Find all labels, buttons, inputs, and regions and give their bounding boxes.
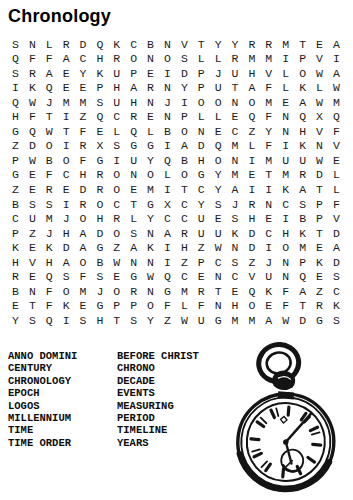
- grid-cell-r4c13: U: [210, 81, 227, 96]
- grid-cell-r8c5: R: [75, 139, 92, 154]
- grid-cell-r9c4: O: [58, 153, 75, 168]
- grid-cell-r13c7: R: [108, 212, 125, 227]
- grid-cell-r20c13: G: [210, 313, 227, 328]
- grid-cell-r11c16: I: [260, 182, 277, 197]
- grid-cell-r20c6: H: [91, 313, 108, 328]
- grid-cell-r18c6: J: [91, 284, 108, 299]
- grid-cell-r8c4: I: [58, 139, 75, 154]
- grid-cell-r17c10: Q: [159, 270, 176, 285]
- word-search-grid: SNLRDQKCBNVTYYRRMTEAQFFACHRONOSLLRMMIPVI…: [7, 37, 345, 328]
- grid-cell-r14c18: K: [294, 226, 311, 241]
- grid-cell-r1c15: R: [243, 37, 260, 52]
- grid-cell-r5c3: J: [41, 95, 58, 110]
- grid-cell-r13c17: I: [277, 212, 294, 227]
- grid-cell-r1c8: C: [125, 37, 142, 52]
- grid-cell-r9c20: E: [328, 153, 345, 168]
- grid-cell-r13c5: O: [75, 212, 92, 227]
- grid-cell-r2c19: V: [311, 52, 328, 67]
- grid-cell-r2c1: Q: [7, 52, 24, 67]
- grid-cell-r13c6: H: [91, 212, 108, 227]
- grid-cell-r15c4: D: [58, 241, 75, 256]
- grid-cell-r2c9: N: [142, 52, 159, 67]
- grid-cell-r7c4: T: [58, 124, 75, 139]
- grid-cell-r19c18: T: [294, 299, 311, 314]
- grid-cell-r9c3: B: [41, 153, 58, 168]
- grid-cell-r12c13: S: [210, 197, 227, 212]
- grid-cell-r8c19: N: [311, 139, 328, 154]
- grid-cell-r19c3: F: [41, 299, 58, 314]
- grid-cell-r9c6: G: [91, 153, 108, 168]
- grid-cell-r10c9: O: [142, 168, 159, 183]
- grid-cell-r17c2: E: [24, 270, 41, 285]
- grid-cell-r3c20: A: [328, 66, 345, 81]
- grid-cell-r9c7: I: [108, 153, 125, 168]
- grid-cell-r1c4: R: [58, 37, 75, 52]
- grid-cell-r11c18: A: [294, 182, 311, 197]
- grid-cell-r6c14: E: [227, 110, 244, 125]
- grid-cell-r20c7: T: [108, 313, 125, 328]
- grid-cell-r20c2: S: [24, 313, 41, 328]
- grid-cell-r4c19: L: [311, 81, 328, 96]
- grid-cell-r6c16: F: [260, 110, 277, 125]
- grid-cell-r11c11: T: [176, 182, 193, 197]
- grid-cell-r7c1: G: [7, 124, 24, 139]
- grid-cell-r11c1: Z: [7, 182, 24, 197]
- grid-cell-r4c15: A: [243, 81, 260, 96]
- grid-cell-r9c19: W: [311, 153, 328, 168]
- grid-cell-r7c14: C: [227, 124, 244, 139]
- grid-cell-r20c16: A: [260, 313, 277, 328]
- grid-cell-r4c2: K: [24, 81, 41, 96]
- grid-cell-r20c3: Q: [41, 313, 58, 328]
- grid-cell-r9c18: U: [294, 153, 311, 168]
- word-item: BEFORE CHRIST: [117, 350, 199, 362]
- grid-cell-r13c19: P: [311, 212, 328, 227]
- grid-cell-r11c10: I: [159, 182, 176, 197]
- grid-cell-r1c13: Y: [210, 37, 227, 52]
- watch-minute-hand: [286, 411, 312, 444]
- grid-cell-r9c15: I: [243, 153, 260, 168]
- grid-cell-r11c5: D: [75, 182, 92, 197]
- grid-cell-r2c12: L: [193, 52, 210, 67]
- grid-cell-r3c5: Y: [75, 66, 92, 81]
- grid-cell-r10c10: L: [159, 168, 176, 183]
- grid-cell-r14c7: O: [108, 226, 125, 241]
- grid-cell-r2c15: M: [243, 52, 260, 67]
- word-item: CHRONO: [117, 362, 199, 374]
- grid-cell-r3c17: L: [277, 66, 294, 81]
- grid-cell-r2c14: R: [227, 52, 244, 67]
- grid-cell-r10c5: H: [75, 168, 92, 183]
- grid-cell-r14c4: H: [58, 226, 75, 241]
- grid-cell-r18c12: R: [193, 284, 210, 299]
- grid-cell-r15c8: A: [125, 241, 142, 256]
- grid-cell-r6c2: F: [24, 110, 41, 125]
- grid-cell-r1c2: N: [24, 37, 41, 52]
- grid-cell-r12c1: B: [7, 197, 24, 212]
- grid-cell-r20c4: I: [58, 313, 75, 328]
- grid-cell-r8c18: K: [294, 139, 311, 154]
- grid-cell-r1c17: M: [277, 37, 294, 52]
- grid-cell-r16c20: D: [328, 255, 345, 270]
- grid-cell-r18c13: T: [210, 284, 227, 299]
- grid-cell-r7c6: E: [91, 124, 108, 139]
- grid-cell-r13c3: M: [41, 212, 58, 227]
- grid-cell-r19c6: G: [91, 299, 108, 314]
- grid-cell-r7c10: B: [159, 124, 176, 139]
- grid-cell-r8c8: G: [125, 139, 142, 154]
- grid-cell-r20c8: S: [125, 313, 142, 328]
- grid-cell-r7c12: N: [193, 124, 210, 139]
- grid-cell-r9c2: W: [24, 153, 41, 168]
- grid-cell-r5c4: M: [58, 95, 75, 110]
- grid-cell-r2c8: O: [125, 52, 142, 67]
- grid-cell-r7c17: N: [277, 124, 294, 139]
- grid-cell-r18c10: G: [159, 284, 176, 299]
- grid-cell-r18c16: K: [260, 284, 277, 299]
- grid-cell-r16c13: C: [210, 255, 227, 270]
- word-item: PERIOD: [117, 412, 199, 424]
- grid-cell-r13c18: B: [294, 212, 311, 227]
- grid-cell-r11c19: T: [311, 182, 328, 197]
- grid-cell-r17c14: C: [227, 270, 244, 285]
- grid-cell-r16c11: Z: [176, 255, 193, 270]
- grid-cell-r2c4: A: [58, 52, 75, 67]
- grid-cell-r17c1: R: [7, 270, 24, 285]
- grid-cell-r14c20: D: [328, 226, 345, 241]
- grid-cell-r13c2: U: [24, 212, 41, 227]
- grid-cell-r9c17: U: [277, 153, 294, 168]
- grid-cell-r1c5: D: [75, 37, 92, 52]
- grid-cell-r3c16: V: [260, 66, 277, 81]
- grid-cell-r3c2: R: [24, 66, 41, 81]
- grid-cell-r14c10: A: [159, 226, 176, 241]
- grid-cell-r1c9: B: [142, 37, 159, 52]
- grid-cell-r12c15: R: [243, 197, 260, 212]
- grid-cell-r17c6: S: [91, 270, 108, 285]
- grid-cell-r15c10: I: [159, 241, 176, 256]
- grid-cell-r19c15: O: [243, 299, 260, 314]
- grid-cell-r13c13: E: [210, 212, 227, 227]
- grid-cell-r15c17: O: [277, 241, 294, 256]
- grid-cell-r16c9: N: [142, 255, 159, 270]
- watch-diamond-ornament: [281, 416, 287, 422]
- grid-cell-r15c15: D: [243, 241, 260, 256]
- grid-cell-r19c8: P: [125, 299, 142, 314]
- grid-cell-r1c12: T: [193, 37, 210, 52]
- grid-cell-r5c2: W: [24, 95, 41, 110]
- word-item: EVENTS: [117, 387, 199, 399]
- word-item: TIMELINE: [117, 424, 199, 436]
- grid-cell-r12c7: C: [108, 197, 125, 212]
- grid-cell-r16c15: Z: [243, 255, 260, 270]
- grid-cell-r14c12: U: [193, 226, 210, 241]
- grid-cell-r2c13: L: [210, 52, 227, 67]
- grid-cell-r8c15: L: [243, 139, 260, 154]
- grid-cell-r6c9: E: [142, 110, 159, 125]
- grid-cell-r1c18: T: [294, 37, 311, 52]
- grid-cell-r11c2: E: [24, 182, 41, 197]
- grid-cell-r8c12: D: [193, 139, 210, 154]
- grid-cell-r11c4: E: [58, 182, 75, 197]
- grid-cell-r5c12: O: [193, 95, 210, 110]
- grid-cell-r4c3: Q: [41, 81, 58, 96]
- grid-cell-r13c11: C: [176, 212, 193, 227]
- grid-cell-r14c1: P: [7, 226, 24, 241]
- grid-cell-r11c7: O: [108, 182, 125, 197]
- grid-cell-r19c9: O: [142, 299, 159, 314]
- grid-cell-r17c4: S: [58, 270, 75, 285]
- grid-cell-r5c13: O: [210, 95, 227, 110]
- word-item: CENTURY: [8, 362, 117, 374]
- grid-cell-r8c7: S: [108, 139, 125, 154]
- grid-cell-r4c1: I: [7, 81, 24, 96]
- grid-cell-r19c12: F: [193, 299, 210, 314]
- grid-cell-r1c16: R: [260, 37, 277, 52]
- grid-cell-r18c3: F: [41, 284, 58, 299]
- grid-cell-r12c10: X: [159, 197, 176, 212]
- grid-cell-r9c16: M: [260, 153, 277, 168]
- word-list-column-1: ANNO DOMINICENTURYCHRONOLOGYEPOCHLOGOSMI…: [8, 350, 117, 449]
- grid-cell-r15c14: N: [227, 241, 244, 256]
- grid-cell-r18c1: B: [7, 284, 24, 299]
- grid-cell-r1c19: E: [311, 37, 328, 52]
- grid-cell-r12c11: C: [176, 197, 193, 212]
- grid-cell-r16c2: V: [24, 255, 41, 270]
- grid-cell-r17c5: F: [75, 270, 92, 285]
- grid-cell-r3c4: E: [58, 66, 75, 81]
- grid-cell-r7c19: V: [311, 124, 328, 139]
- grid-cell-r19c17: F: [277, 299, 294, 314]
- grid-cell-r15c3: K: [41, 241, 58, 256]
- grid-cell-r7c3: W: [41, 124, 58, 139]
- grid-cell-r5c18: A: [294, 95, 311, 110]
- grid-cell-r16c12: P: [193, 255, 210, 270]
- grid-cell-r18c17: F: [277, 284, 294, 299]
- grid-cell-r10c18: R: [294, 168, 311, 183]
- grid-cell-r19c19: R: [311, 299, 328, 314]
- grid-cell-r4c6: P: [91, 81, 108, 96]
- grid-cell-r14c3: J: [41, 226, 58, 241]
- grid-cell-r17c19: E: [311, 270, 328, 285]
- grid-cell-r14c19: T: [311, 226, 328, 241]
- grid-cell-r12c17: C: [277, 197, 294, 212]
- grid-cell-r7c18: H: [294, 124, 311, 139]
- grid-cell-r12c19: P: [311, 197, 328, 212]
- grid-cell-r4c8: A: [125, 81, 142, 96]
- grid-cell-r17c15: V: [243, 270, 260, 285]
- grid-cell-r5c15: O: [243, 95, 260, 110]
- grid-cell-r17c11: C: [176, 270, 193, 285]
- grid-cell-r10c11: O: [176, 168, 193, 183]
- grid-cell-r15c20: A: [328, 241, 345, 256]
- grid-cell-r8c2: D: [24, 139, 41, 154]
- grid-cell-r20c1: Y: [7, 313, 24, 328]
- grid-cell-r17c9: W: [142, 270, 159, 285]
- grid-cell-r3c10: I: [159, 66, 176, 81]
- word-item: DECADE: [117, 375, 199, 387]
- grid-cell-r9c11: B: [176, 153, 193, 168]
- word-item: LOGOS: [8, 400, 117, 412]
- word-item: ANNO DOMINI: [8, 350, 117, 362]
- grid-cell-r6c8: R: [125, 110, 142, 125]
- grid-cell-r10c2: E: [24, 168, 41, 183]
- grid-cell-r4c20: W: [328, 81, 345, 96]
- grid-cell-r16c10: I: [159, 255, 176, 270]
- grid-cell-r5c19: W: [311, 95, 328, 110]
- grid-cell-r3c19: W: [311, 66, 328, 81]
- grid-cell-r19c20: K: [328, 299, 345, 314]
- grid-cell-r2c7: R: [108, 52, 125, 67]
- grid-cell-r17c7: E: [108, 270, 125, 285]
- grid-cell-r14c2: Z: [24, 226, 41, 241]
- grid-cell-r19c14: H: [227, 299, 244, 314]
- grid-cell-r16c18: P: [294, 255, 311, 270]
- grid-cell-r15c13: W: [210, 241, 227, 256]
- grid-cell-r6c3: T: [41, 110, 58, 125]
- grid-cell-r5c6: S: [91, 95, 108, 110]
- grid-cell-r10c20: L: [328, 168, 345, 183]
- grid-cell-r8c10: I: [159, 139, 176, 154]
- grid-cell-r12c12: Y: [193, 197, 210, 212]
- grid-cell-r10c16: T: [260, 168, 277, 183]
- grid-cell-r16c3: H: [41, 255, 58, 270]
- grid-cell-r12c6: O: [91, 197, 108, 212]
- grid-cell-r7c15: Z: [243, 124, 260, 139]
- grid-cell-r1c11: V: [176, 37, 193, 52]
- grid-cell-r16c8: N: [125, 255, 142, 270]
- grid-cell-r20c9: Y: [142, 313, 159, 328]
- grid-cell-r1c6: Q: [91, 37, 108, 52]
- grid-cell-r4c4: E: [58, 81, 75, 96]
- grid-cell-r6c13: L: [210, 110, 227, 125]
- grid-cell-r16c19: K: [311, 255, 328, 270]
- grid-cell-r9c14: N: [227, 153, 244, 168]
- grid-cell-r4c14: T: [227, 81, 244, 96]
- grid-cell-r10c12: G: [193, 168, 210, 183]
- grid-cell-r19c5: E: [75, 299, 92, 314]
- grid-cell-r7c9: L: [142, 124, 159, 139]
- grid-cell-r1c14: Y: [227, 37, 244, 52]
- grid-cell-r2c10: O: [159, 52, 176, 67]
- grid-cell-r5c5: M: [75, 95, 92, 110]
- grid-cell-r11c3: R: [41, 182, 58, 197]
- grid-cell-r10c14: M: [227, 168, 244, 183]
- grid-cell-r14c11: R: [176, 226, 193, 241]
- grid-cell-r7c7: L: [108, 124, 125, 139]
- grid-cell-r20c19: G: [311, 313, 328, 328]
- grid-cell-r8c16: F: [260, 139, 277, 154]
- grid-cell-r8c9: G: [142, 139, 159, 154]
- grid-cell-r7c8: Q: [125, 124, 142, 139]
- grid-cell-r8c3: O: [41, 139, 58, 154]
- grid-cell-r2c18: P: [294, 52, 311, 67]
- grid-cell-r11c8: E: [125, 182, 142, 197]
- grid-cell-r18c15: Q: [243, 284, 260, 299]
- grid-cell-r8c20: V: [328, 139, 345, 154]
- grid-cell-r11c17: K: [277, 182, 294, 197]
- grid-cell-r2c5: C: [75, 52, 92, 67]
- grid-cell-r12c16: N: [260, 197, 277, 212]
- grid-cell-r11c14: A: [227, 182, 244, 197]
- grid-cell-r19c1: E: [7, 299, 24, 314]
- page-title: Chronology: [8, 6, 111, 27]
- grid-cell-r12c8: T: [125, 197, 142, 212]
- grid-cell-r4c12: P: [193, 81, 210, 96]
- grid-cell-r7c20: F: [328, 124, 345, 139]
- grid-cell-r18c19: Z: [311, 284, 328, 299]
- grid-cell-r15c2: E: [24, 241, 41, 256]
- grid-cell-r6c1: H: [7, 110, 24, 125]
- grid-cell-r2c17: I: [277, 52, 294, 67]
- grid-cell-r6c5: Z: [75, 110, 92, 125]
- grid-cell-r5c11: I: [176, 95, 193, 110]
- grid-cell-r14c13: U: [210, 226, 227, 241]
- grid-cell-r8c1: Z: [7, 139, 24, 154]
- grid-cell-r5c9: N: [142, 95, 159, 110]
- grid-cell-r4c9: R: [142, 81, 159, 96]
- grid-cell-r19c4: K: [58, 299, 75, 314]
- grid-cell-r7c2: Q: [24, 124, 41, 139]
- grid-cell-r17c12: E: [193, 270, 210, 285]
- grid-cell-r10c19: D: [311, 168, 328, 183]
- grid-cell-r8c11: A: [176, 139, 193, 154]
- grid-cell-r12c3: S: [41, 197, 58, 212]
- grid-cell-r17c18: Q: [294, 270, 311, 285]
- grid-cell-r11c6: R: [91, 182, 108, 197]
- grid-cell-r2c16: M: [260, 52, 277, 67]
- grid-cell-r5c7: U: [108, 95, 125, 110]
- grid-cell-r3c3: A: [41, 66, 58, 81]
- grid-cell-r11c9: M: [142, 182, 159, 197]
- grid-cell-r1c1: S: [7, 37, 24, 52]
- grid-cell-r20c12: U: [193, 313, 210, 328]
- grid-cell-r10c6: R: [91, 168, 108, 183]
- grid-cell-r15c11: H: [176, 241, 193, 256]
- grid-cell-r13c12: U: [193, 212, 210, 227]
- grid-cell-r8c14: M: [227, 139, 244, 154]
- grid-cell-r13c16: E: [260, 212, 277, 227]
- word-list-column-2: BEFORE CHRISTCHRONODECADEEVENTSMEASURING…: [117, 350, 199, 449]
- grid-cell-r4c7: H: [108, 81, 125, 96]
- grid-cell-r16c4: A: [58, 255, 75, 270]
- grid-cell-r16c7: W: [108, 255, 125, 270]
- grid-cell-r19c7: P: [108, 299, 125, 314]
- grid-cell-r3c8: P: [125, 66, 142, 81]
- grid-cell-r5c16: M: [260, 95, 277, 110]
- grid-cell-r18c4: O: [58, 284, 75, 299]
- grid-cell-r3c15: H: [243, 66, 260, 81]
- grid-cell-r3c11: D: [176, 66, 193, 81]
- grid-cell-r20c14: M: [227, 313, 244, 328]
- grid-cell-r1c20: A: [328, 37, 345, 52]
- grid-cell-r8c17: I: [277, 139, 294, 154]
- grid-cell-r16c5: O: [75, 255, 92, 270]
- grid-cell-r6c15: Q: [243, 110, 260, 125]
- grid-cell-r20c10: Z: [159, 313, 176, 328]
- grid-cell-r13c1: C: [7, 212, 24, 227]
- grid-cell-r9c8: U: [125, 153, 142, 168]
- grid-cell-r15c1: K: [7, 241, 24, 256]
- grid-cell-r17c3: Q: [41, 270, 58, 285]
- word-item: EPOCH: [8, 387, 117, 399]
- grid-cell-r20c17: W: [277, 313, 294, 328]
- grid-cell-r12c14: J: [227, 197, 244, 212]
- grid-cell-r5c20: M: [328, 95, 345, 110]
- grid-cell-r9c10: Q: [159, 153, 176, 168]
- grid-cell-r2c20: I: [328, 52, 345, 67]
- grid-cell-r10c17: M: [277, 168, 294, 183]
